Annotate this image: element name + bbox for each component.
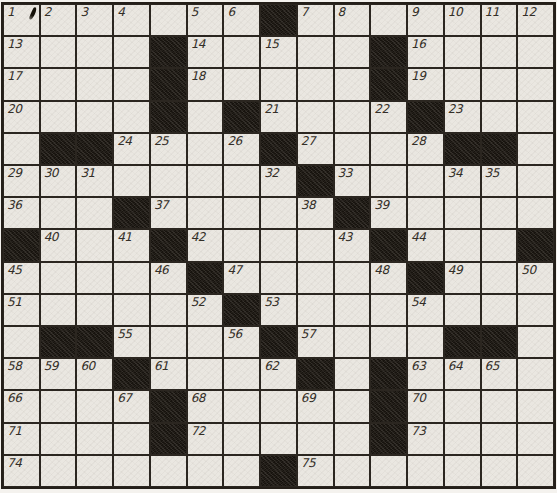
crossword-board: 1234567891011121314151617181920212223242… [1,2,556,489]
cell-r1c9[interactable]: 7 [297,4,334,36]
cell-r4c9[interactable] [297,101,334,133]
cell-r1c4[interactable]: 4 [113,4,150,36]
cell-r12c7[interactable] [223,358,260,390]
cell-r14c7[interactable] [223,423,260,455]
cell-r3c15[interactable] [517,68,554,100]
clue-number: 48 [374,264,388,277]
cell-r13c4[interactable]: 67 [113,390,150,422]
cell-r14c10[interactable] [334,423,371,455]
cell-r1c7[interactable]: 6 [223,4,260,36]
cell-r15c9[interactable]: 75 [297,455,334,487]
cell-r8c14[interactable] [481,229,518,261]
cell-r5c7[interactable]: 26 [223,133,260,165]
clue-number: 25 [154,135,168,148]
cell-r15c15[interactable] [517,455,554,487]
cell-r6c2[interactable]: 30 [40,165,77,197]
black-cell-r6c9 [297,165,334,197]
cell-r8c10[interactable]: 43 [334,229,371,261]
cell-r10c3[interactable] [76,294,113,326]
cell-r3c2[interactable] [40,68,77,100]
cell-r2c8[interactable]: 15 [260,36,297,68]
cell-r12c12[interactable]: 63 [407,358,444,390]
black-cell-r8c1 [3,229,40,261]
cell-r3c14[interactable] [481,68,518,100]
clue-number: 65 [485,360,499,373]
black-cell-r13c11 [370,390,407,422]
black-cell-r11c14 [481,326,518,358]
cell-r3c1[interactable]: 17 [3,68,40,100]
cell-r7c13[interactable] [444,197,481,229]
cell-r7c7[interactable] [223,197,260,229]
cell-r9c15[interactable]: 50 [517,262,554,294]
cell-r11c12[interactable] [407,326,444,358]
cell-r3c12[interactable]: 19 [407,68,444,100]
cell-r12c14[interactable]: 65 [481,358,518,390]
clue-number: 20 [7,103,21,116]
cell-r5c1[interactable] [3,133,40,165]
cell-r15c7[interactable] [223,455,260,487]
clue-number: 18 [191,70,205,83]
cell-r3c8[interactable] [260,68,297,100]
cell-r2c1[interactable]: 13 [3,36,40,68]
black-cell-r1c8 [260,4,297,36]
black-cell-r11c13 [444,326,481,358]
cell-r4c6[interactable] [187,101,224,133]
black-cell-r4c12 [407,101,444,133]
cell-r14c2[interactable] [40,423,77,455]
cell-r6c6[interactable] [187,165,224,197]
clue-number: 5 [191,6,198,19]
clue-number: 13 [7,38,21,51]
cell-r9c13[interactable]: 49 [444,262,481,294]
clue-number: 67 [117,392,131,405]
clue-number: 6 [227,6,234,19]
cell-r6c13[interactable]: 34 [444,165,481,197]
cell-r11c4[interactable]: 55 [113,326,150,358]
clue-number: 41 [117,231,131,244]
clue-number: 23 [448,103,462,116]
cell-r1c5[interactable] [150,4,187,36]
cell-r13c12[interactable]: 70 [407,390,444,422]
clue-number: 38 [301,199,315,212]
cell-r12c13[interactable]: 64 [444,358,481,390]
clue-number: 54 [411,296,425,309]
cell-r10c6[interactable]: 52 [187,294,224,326]
cell-r10c4[interactable] [113,294,150,326]
clue-number: 74 [7,457,21,470]
cell-r8c2[interactable]: 40 [40,229,77,261]
clue-number: 59 [44,360,58,373]
cell-r15c13[interactable] [444,455,481,487]
black-cell-r13c5 [150,390,187,422]
clue-number: 7 [301,6,308,19]
cell-r4c15[interactable] [517,101,554,133]
cell-r11c1[interactable] [3,326,40,358]
clue-number: 40 [44,231,58,244]
cell-r10c13[interactable] [444,294,481,326]
black-cell-r2c11 [370,36,407,68]
black-cell-r8c15 [517,229,554,261]
cell-r1c10[interactable]: 8 [334,4,371,36]
cell-r1c11[interactable] [370,4,407,36]
cell-r12c5[interactable]: 61 [150,358,187,390]
cell-r1c6[interactable]: 5 [187,4,224,36]
clue-number: 43 [338,231,352,244]
cell-r8c13[interactable] [444,229,481,261]
clue-number: 17 [7,70,21,83]
black-cell-r11c3 [76,326,113,358]
cell-r15c2[interactable] [40,455,77,487]
cell-r13c9[interactable]: 69 [297,390,334,422]
clue-number: 61 [154,360,168,373]
cell-r7c5[interactable]: 37 [150,197,187,229]
cell-r14c3[interactable] [76,423,113,455]
cell-r7c15[interactable] [517,197,554,229]
clue-number: 37 [154,199,168,212]
black-cell-r11c2 [40,326,77,358]
cell-r14c13[interactable] [444,423,481,455]
cell-r7c3[interactable] [76,197,113,229]
clue-number: 24 [117,135,131,148]
cell-r10c11[interactable] [370,294,407,326]
cell-r13c2[interactable] [40,390,77,422]
black-cell-r4c5 [150,101,187,133]
cell-r15c14[interactable] [481,455,518,487]
cell-r12c15[interactable] [517,358,554,390]
cell-r7c1[interactable]: 36 [3,197,40,229]
clue-number: 47 [227,264,241,277]
black-cell-r7c4 [113,197,150,229]
clue-number: 70 [411,392,425,405]
cell-r11c15[interactable] [517,326,554,358]
cell-r2c14[interactable] [481,36,518,68]
black-cell-r3c11 [370,68,407,100]
black-cell-r9c12 [407,262,444,294]
clue-number: 66 [7,392,21,405]
cell-r3c6[interactable]: 18 [187,68,224,100]
cell-r2c6[interactable]: 14 [187,36,224,68]
clue-number: 52 [191,296,205,309]
cell-r8c7[interactable] [223,229,260,261]
clue-number: 9 [411,6,418,19]
cell-r5c6[interactable] [187,133,224,165]
cell-r10c14[interactable] [481,294,518,326]
cell-r6c14[interactable]: 35 [481,165,518,197]
cell-r8c12[interactable]: 44 [407,229,444,261]
clue-number: 31 [80,167,94,180]
cell-r6c8[interactable]: 32 [260,165,297,197]
black-cell-r4c7 [223,101,260,133]
clue-number: 12 [521,6,535,19]
black-cell-r8c5 [150,229,187,261]
cell-r7c9[interactable]: 38 [297,197,334,229]
clue-number: 72 [191,425,205,438]
cell-r15c3[interactable] [76,455,113,487]
cell-r2c10[interactable] [334,36,371,68]
clue-number: 45 [7,264,21,277]
cell-r5c9[interactable]: 27 [297,133,334,165]
clue-number: 73 [411,425,425,438]
cell-r1c12[interactable]: 9 [407,4,444,36]
cell-r13c8[interactable] [260,390,297,422]
black-cell-r5c13 [444,133,481,165]
clue-number: 33 [338,167,352,180]
clue-number: 2 [44,6,51,19]
cell-r11c11[interactable] [370,326,407,358]
clue-number: 8 [338,6,345,19]
clue-number: 10 [448,6,462,19]
cell-r2c2[interactable] [40,36,77,68]
clue-number: 27 [301,135,315,148]
cell-r1c13[interactable]: 10 [444,4,481,36]
cell-r4c1[interactable]: 20 [3,101,40,133]
cell-r12c1[interactable]: 58 [3,358,40,390]
clue-number: 68 [191,392,205,405]
black-cell-r12c11 [370,358,407,390]
clue-number: 62 [264,360,278,373]
black-cell-r14c11 [370,423,407,455]
cell-r12c3[interactable]: 60 [76,358,113,390]
cell-r13c15[interactable] [517,390,554,422]
cell-r11c7[interactable]: 56 [223,326,260,358]
cell-r4c13[interactable]: 23 [444,101,481,133]
cell-r4c14[interactable] [481,101,518,133]
black-cell-r15c8 [260,455,297,487]
clue-number: 60 [80,360,94,373]
clue-number: 30 [44,167,58,180]
clue-number: 63 [411,360,425,373]
clue-number: 58 [7,360,21,373]
scanned-page: 1234567891011121314151617181920212223242… [0,0,557,493]
cell-r6c10[interactable]: 33 [334,165,371,197]
cell-r7c6[interactable] [187,197,224,229]
cell-r2c3[interactable] [76,36,113,68]
clue-number: 4 [117,6,124,19]
clue-number: 26 [227,135,241,148]
cell-r6c15[interactable] [517,165,554,197]
cell-r1c15[interactable]: 12 [517,4,554,36]
cell-r4c8[interactable]: 21 [260,101,297,133]
cell-r9c14[interactable] [481,262,518,294]
clue-number: 36 [7,199,21,212]
clue-number: 50 [521,264,535,277]
black-cell-r12c4 [113,358,150,390]
cell-r1c14[interactable]: 11 [481,4,518,36]
cell-r10c2[interactable] [40,294,77,326]
black-cell-r8c11 [370,229,407,261]
cell-r15c5[interactable] [150,455,187,487]
cell-r12c2[interactable]: 59 [40,358,77,390]
black-cell-r5c3 [76,133,113,165]
clue-number: 42 [191,231,205,244]
cell-r3c13[interactable] [444,68,481,100]
cell-r1c3[interactable]: 3 [76,4,113,36]
cell-r7c12[interactable] [407,197,444,229]
black-cell-r5c8 [260,133,297,165]
clue-number: 19 [411,70,425,83]
cell-r6c11[interactable] [370,165,407,197]
cell-r2c12[interactable]: 16 [407,36,444,68]
cell-r15c12[interactable] [407,455,444,487]
cell-r5c15[interactable] [517,133,554,165]
clue-number: 14 [191,38,205,51]
cell-r5c10[interactable] [334,133,371,165]
clue-number: 49 [448,264,462,277]
black-cell-r12c9 [297,358,334,390]
cell-r7c11[interactable]: 39 [370,197,407,229]
cell-r9c11[interactable]: 48 [370,262,407,294]
cell-r14c1[interactable]: 71 [3,423,40,455]
black-cell-r9c6 [187,262,224,294]
cell-r10c8[interactable]: 53 [260,294,297,326]
cell-r4c10[interactable] [334,101,371,133]
cell-r14c6[interactable]: 72 [187,423,224,455]
cell-r11c5[interactable] [150,326,187,358]
cell-r8c6[interactable]: 42 [187,229,224,261]
cell-r5c5[interactable]: 25 [150,133,187,165]
clue-number: 55 [117,328,131,341]
cell-r13c7[interactable] [223,390,260,422]
cell-r13c13[interactable] [444,390,481,422]
black-cell-r2c5 [150,36,187,68]
clue-number: 32 [264,167,278,180]
clue-number: 22 [374,103,388,116]
cell-r5c12[interactable]: 28 [407,133,444,165]
cell-r9c9[interactable] [297,262,334,294]
cell-r10c10[interactable] [334,294,371,326]
cell-r12c8[interactable]: 62 [260,358,297,390]
cell-r7c14[interactable] [481,197,518,229]
clue-number: 16 [411,38,425,51]
cell-r5c4[interactable]: 24 [113,133,150,165]
cell-r15c6[interactable] [187,455,224,487]
black-cell-r5c14 [481,133,518,165]
cell-r6c1[interactable]: 29 [3,165,40,197]
cell-r8c3[interactable] [76,229,113,261]
clue-number: 53 [264,296,278,309]
cell-r15c1[interactable]: 74 [3,455,40,487]
clue-number: 35 [485,167,499,180]
cell-r9c1[interactable]: 45 [3,262,40,294]
cell-r13c1[interactable]: 66 [3,390,40,422]
cell-r6c12[interactable] [407,165,444,197]
cell-r3c3[interactable] [76,68,113,100]
cell-r2c15[interactable] [517,36,554,68]
cell-r9c8[interactable] [260,262,297,294]
cell-r10c15[interactable] [517,294,554,326]
cell-r3c9[interactable] [297,68,334,100]
black-cell-r10c7 [223,294,260,326]
cell-r14c9[interactable] [297,423,334,455]
cell-r3c7[interactable] [223,68,260,100]
cell-r11c6[interactable] [187,326,224,358]
cell-r9c7[interactable]: 47 [223,262,260,294]
cell-r6c5[interactable] [150,165,187,197]
cell-r1c2[interactable]: 2 [40,4,77,36]
cell-r3c10[interactable] [334,68,371,100]
clue-number: 39 [374,199,388,212]
black-cell-r3c5 [150,68,187,100]
cell-r11c10[interactable] [334,326,371,358]
clue-number: 28 [411,135,425,148]
cell-r1c1[interactable]: 1 [3,4,40,36]
cell-r14c14[interactable] [481,423,518,455]
cell-r11c9[interactable]: 57 [297,326,334,358]
cell-r9c5[interactable]: 46 [150,262,187,294]
cell-r4c4[interactable] [113,101,150,133]
cell-r12c10[interactable] [334,358,371,390]
clue-number: 1 [7,6,14,19]
clue-number: 46 [154,264,168,277]
cell-r2c7[interactable] [223,36,260,68]
cell-r2c4[interactable] [113,36,150,68]
cell-r13c6[interactable]: 68 [187,390,224,422]
cell-r13c3[interactable] [76,390,113,422]
cell-r4c2[interactable] [40,101,77,133]
cell-r14c4[interactable] [113,423,150,455]
clue-number: 56 [227,328,241,341]
black-cell-r11c8 [260,326,297,358]
cell-r7c2[interactable] [40,197,77,229]
cell-r7c8[interactable] [260,197,297,229]
cell-r8c9[interactable] [297,229,334,261]
cell-r6c4[interactable] [113,165,150,197]
clue-number: 71 [7,425,21,438]
cell-r9c4[interactable] [113,262,150,294]
cell-r10c12[interactable]: 54 [407,294,444,326]
cell-r9c10[interactable] [334,262,371,294]
cell-r10c9[interactable] [297,294,334,326]
clue-number: 3 [80,6,87,19]
cell-r4c3[interactable] [76,101,113,133]
cell-r10c5[interactable] [150,294,187,326]
black-cell-r5c2 [40,133,77,165]
cell-r13c14[interactable] [481,390,518,422]
clue-number: 69 [301,392,315,405]
cell-r9c2[interactable] [40,262,77,294]
clue-number: 15 [264,38,278,51]
cell-r12c6[interactable] [187,358,224,390]
clue-number: 34 [448,167,462,180]
cell-r14c15[interactable] [517,423,554,455]
cell-r4c11[interactable]: 22 [370,101,407,133]
clue-number: 11 [485,6,499,19]
cell-r14c12[interactable]: 73 [407,423,444,455]
cell-r8c8[interactable] [260,229,297,261]
cell-r5c11[interactable] [370,133,407,165]
clue-number: 57 [301,328,315,341]
cell-r6c3[interactable]: 31 [76,165,113,197]
clue-number: 51 [7,296,21,309]
cell-r15c4[interactable] [113,455,150,487]
cell-r10c1[interactable]: 51 [3,294,40,326]
cell-r14c8[interactable] [260,423,297,455]
pen-mark [29,7,38,21]
cell-r13c10[interactable] [334,390,371,422]
cell-r9c3[interactable] [76,262,113,294]
cell-r15c11[interactable] [370,455,407,487]
black-cell-r14c5 [150,423,187,455]
cell-r2c9[interactable] [297,36,334,68]
clue-number: 44 [411,231,425,244]
cell-r6c7[interactable] [223,165,260,197]
cell-r8c4[interactable]: 41 [113,229,150,261]
clue-number: 21 [264,103,278,116]
cell-r2c13[interactable] [444,36,481,68]
clue-number: 64 [448,360,462,373]
cell-r15c10[interactable] [334,455,371,487]
cell-r3c4[interactable] [113,68,150,100]
